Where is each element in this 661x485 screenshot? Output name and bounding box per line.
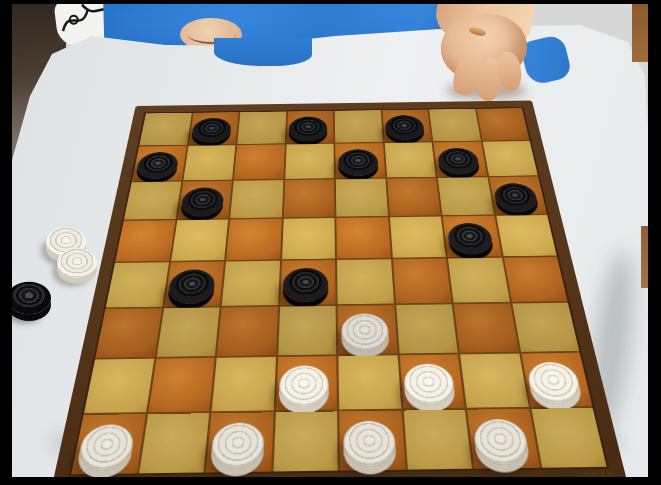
black-checker[interactable]: ⛂ [180, 187, 225, 217]
square-h2[interactable]: ⛀ [521, 353, 592, 407]
square-g7[interactable]: ⛂ [433, 142, 486, 177]
letterbox-bar [0, 0, 12, 485]
checker-glyph: ⛀ [354, 322, 375, 341]
checker-glyph: ⛂ [460, 230, 480, 246]
checker-glyph: ⛀ [488, 430, 513, 453]
square-b5[interactable] [171, 219, 228, 260]
checker-glyph: ⛂ [148, 158, 167, 172]
checker-glyph: ⛂ [396, 121, 413, 134]
black-checker[interactable]: ⛂ [446, 222, 494, 254]
checker-glyph: ⛂ [182, 277, 203, 294]
white-checker[interactable]: ⛀ [343, 420, 397, 467]
square-h8[interactable] [476, 108, 529, 140]
square-h1[interactable] [531, 408, 606, 468]
square-h3[interactable] [512, 303, 579, 352]
square-f8[interactable]: ⛂ [382, 110, 431, 142]
square-g4[interactable] [448, 258, 509, 303]
black-checker[interactable]: ⛂ [283, 267, 329, 302]
square-g8[interactable] [429, 109, 480, 141]
checker-glyph: ⛂ [300, 122, 316, 135]
square-d3[interactable] [278, 306, 337, 355]
square-d7[interactable] [285, 144, 334, 179]
square-d5[interactable] [282, 218, 335, 259]
square-e6[interactable] [336, 179, 388, 217]
square-c2[interactable] [212, 357, 276, 411]
checker-glyph: ⛂ [203, 124, 221, 137]
white-checker[interactable]: ⛀ [279, 365, 329, 407]
square-b7[interactable] [183, 145, 235, 180]
letterbox-bar [648, 0, 661, 485]
square-h7[interactable] [482, 141, 537, 176]
square-f7[interactable] [384, 142, 436, 177]
checker-glyph: ⛂ [449, 154, 468, 168]
square-d1[interactable] [273, 411, 338, 471]
square-h6[interactable]: ⛂ [489, 177, 547, 215]
white-checker-glyph: ⛀ [69, 254, 86, 272]
checker-glyph: ⛂ [296, 276, 315, 293]
square-f3[interactable] [396, 304, 458, 353]
square-f5[interactable] [390, 217, 446, 258]
square-e2[interactable] [338, 355, 400, 409]
square-g6[interactable] [438, 177, 494, 215]
white-checker[interactable]: ⛀ [341, 313, 390, 351]
square-b2[interactable] [148, 358, 215, 412]
black-checker[interactable]: ⛂ [191, 117, 232, 142]
black-checker[interactable]: ⛂ [289, 116, 328, 141]
captured-black-checker[interactable]: ⛂ [7, 282, 51, 315]
checker-glyph: ⛂ [349, 155, 366, 169]
square-g2[interactable] [460, 354, 528, 408]
square-d6[interactable] [283, 179, 334, 217]
square-c5[interactable] [226, 219, 281, 260]
square-b6[interactable]: ⛂ [177, 181, 232, 219]
square-g5[interactable]: ⛂ [443, 216, 502, 257]
square-c1[interactable]: ⛀ [206, 412, 273, 472]
square-e7[interactable]: ⛂ [335, 143, 385, 178]
black-checker[interactable]: ⛂ [492, 183, 539, 212]
board-grid: ⛂⛂⛂⛂⛂⛂⛂⛂⛂⛂⛂⛀⛀⛀⛀⛀⛀⛀⛀ [69, 107, 610, 476]
square-a7[interactable]: ⛂ [132, 146, 186, 181]
white-checker[interactable]: ⛀ [403, 363, 456, 405]
checker-glyph: ⛀ [358, 431, 381, 454]
square-e5[interactable] [336, 217, 390, 258]
square-a8[interactable] [139, 113, 191, 146]
square-f1[interactable] [403, 410, 472, 470]
white-checker[interactable]: ⛀ [209, 422, 264, 469]
square-a2[interactable] [84, 359, 154, 413]
black-checker[interactable]: ⛂ [436, 147, 480, 174]
checker-glyph: ⛀ [93, 435, 119, 458]
white-checker[interactable]: ⛀ [471, 418, 530, 464]
square-f4[interactable] [392, 258, 451, 303]
checker-glyph: ⛀ [226, 433, 249, 456]
black-checker[interactable]: ⛂ [338, 149, 379, 176]
square-f6[interactable] [387, 178, 441, 216]
black-checker[interactable]: ⛂ [385, 115, 426, 140]
square-a3[interactable] [95, 308, 161, 357]
square-e3[interactable]: ⛀ [338, 305, 397, 354]
square-e4[interactable] [337, 259, 394, 304]
checker-glyph: ⛂ [506, 190, 526, 205]
black-checker-glyph: ⛂ [21, 289, 38, 307]
white-checker[interactable]: ⛀ [526, 361, 584, 403]
checker-glyph: ⛀ [294, 375, 315, 396]
white-checker[interactable]: ⛀ [76, 424, 136, 471]
square-b3[interactable] [156, 307, 219, 356]
checker-glyph: ⛀ [542, 372, 567, 393]
square-e1[interactable]: ⛀ [339, 411, 405, 471]
checker-glyph: ⛀ [418, 373, 441, 394]
captured-white-checker[interactable]: ⛀ [57, 248, 97, 278]
checker-glyph: ⛂ [193, 194, 212, 209]
square-e8[interactable] [335, 110, 383, 142]
square-d2[interactable]: ⛀ [275, 356, 336, 410]
letterbox-bar [0, 0, 661, 4]
square-g1[interactable]: ⛀ [467, 409, 539, 469]
square-b1[interactable] [139, 413, 210, 473]
square-b8[interactable]: ⛂ [188, 112, 238, 145]
square-a1[interactable]: ⛀ [71, 414, 145, 474]
black-checker[interactable]: ⛂ [167, 269, 216, 304]
board-frame: ⛂⛂⛂⛂⛂⛂⛂⛂⛂⛂⛂⛀⛀⛀⛀⛀⛀⛀⛀ 2010 [51, 101, 628, 485]
square-f2[interactable]: ⛀ [399, 354, 464, 408]
square-a6[interactable] [124, 182, 181, 220]
square-c6[interactable] [230, 180, 283, 218]
square-c8[interactable] [237, 111, 286, 143]
black-checker[interactable]: ⛂ [135, 151, 180, 178]
square-d4[interactable]: ⛂ [280, 260, 336, 305]
square-g3[interactable] [454, 303, 519, 352]
square-h5[interactable] [496, 215, 557, 256]
square-a4[interactable] [106, 262, 169, 307]
square-h4[interactable] [503, 257, 567, 302]
letterbox-bar [0, 477, 661, 485]
video-frame: ⛂⛂⛂⛂⛂⛂⛂⛂⛂⛂⛂⛀⛀⛀⛀⛀⛀⛀⛀ 2010 ⛀ ⛀ ⛂ [0, 0, 661, 485]
square-b4[interactable]: ⛂ [164, 262, 224, 307]
square-c3[interactable] [217, 307, 278, 356]
square-d8[interactable]: ⛂ [286, 111, 333, 143]
square-c4[interactable] [222, 261, 280, 306]
square-a5[interactable] [115, 220, 175, 261]
square-c7[interactable] [234, 144, 285, 179]
